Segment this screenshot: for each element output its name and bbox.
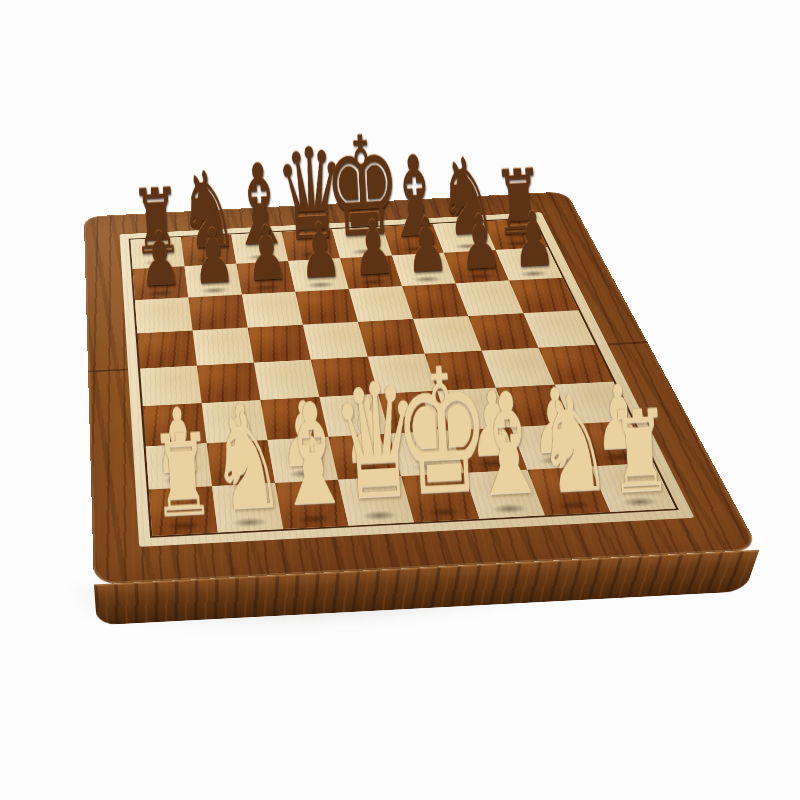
square-b5[interactable] [193, 328, 254, 366]
piece-black-pawn[interactable]: ♟ [190, 218, 236, 295]
piece-white-knight[interactable]: ♞ [533, 376, 614, 513]
square-a1[interactable]: ♜ [149, 486, 218, 536]
square-d6[interactable] [295, 289, 358, 325]
square-b1[interactable]: ♞ [212, 483, 283, 533]
square-c5[interactable] [248, 325, 311, 363]
chess-set: ♜♞♝♛♚♝♞♜♟♟♟♟♟♟♟♟♟♟♟♟♟♟♟♟♜♞♝♛♚♝♞♜ [0, 0, 800, 800]
piece-black-pawn[interactable]: ♟ [243, 216, 289, 293]
square-d7[interactable]: ♟ [288, 258, 348, 292]
square-b7[interactable]: ♟ [185, 264, 242, 298]
square-e7[interactable]: ♟ [340, 255, 402, 289]
box-front-face [94, 550, 760, 626]
square-g7[interactable]: ♟ [444, 250, 509, 283]
square-b6[interactable] [188, 295, 247, 331]
piece-black-pawn[interactable]: ♟ [137, 221, 183, 298]
square-e1[interactable]: ♚ [401, 473, 479, 522]
square-c6[interactable] [242, 292, 303, 328]
square-a6[interactable] [135, 297, 193, 333]
square-c7[interactable]: ♟ [236, 261, 295, 295]
piece-black-pawn[interactable]: ♟ [510, 202, 556, 279]
square-a7[interactable]: ♟ [133, 266, 189, 300]
board-scene: ♜♞♝♛♚♝♞♜♟♟♟♟♟♟♟♟♟♟♟♟♟♟♟♟♜♞♝♛♚♝♞♜ [73, 62, 662, 651]
photo-background: ♜♞♝♛♚♝♞♜♟♟♟♟♟♟♟♟♟♟♟♟♟♟♟♟♜♞♝♛♚♝♞♜ [0, 0, 800, 800]
piece-black-pawn[interactable]: ♟ [404, 207, 450, 284]
piece-black-pawn[interactable]: ♟ [457, 204, 503, 281]
square-h7[interactable]: ♟ [496, 247, 563, 280]
piece-black-pawn[interactable]: ♟ [297, 213, 343, 290]
square-g1[interactable]: ♞ [527, 466, 610, 515]
piece-white-rook[interactable]: ♜ [605, 394, 673, 510]
square-f7[interactable]: ♟ [392, 253, 456, 286]
piece-black-pawn[interactable]: ♟ [350, 210, 396, 287]
square-a5[interactable] [137, 330, 197, 368]
piece-white-rook[interactable]: ♜ [148, 418, 216, 534]
square-f1[interactable]: ♝ [464, 470, 545, 519]
chessboard-grid: ♜♞♝♛♚♝♞♜♟♟♟♟♟♟♟♟♟♟♟♟♟♟♟♟♜♞♝♛♚♝♞♜ [129, 218, 679, 538]
board-frame: ♜♞♝♛♚♝♞♜♟♟♟♟♟♟♟♟♟♟♟♟♟♟♟♟♜♞♝♛♚♝♞♜ [84, 191, 760, 584]
